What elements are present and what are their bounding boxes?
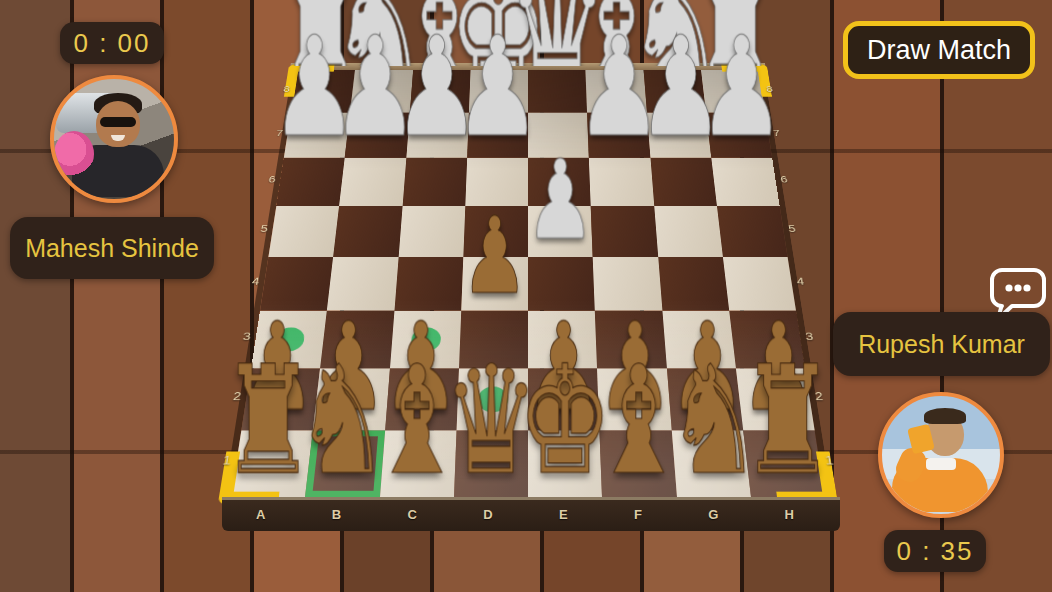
- rank-label-left-6: 6: [255, 174, 277, 185]
- avatar-photo-collar: [926, 458, 956, 470]
- file-label-c: C: [407, 507, 416, 522]
- square-a6[interactable]: [276, 158, 344, 206]
- file-label-f: F: [634, 507, 642, 522]
- rank-label-left-5: 5: [246, 222, 268, 233]
- rank-label-right-5: 5: [787, 222, 809, 233]
- square-a5[interactable]: [268, 206, 339, 257]
- avatar-photo-sunglasses: [100, 117, 136, 127]
- file-label-e: E: [559, 507, 568, 522]
- square-h7[interactable]: ♟: [706, 113, 772, 158]
- board-tilt: ♜♞♝♚♛♝♞♜♟♟♟♟♟♟♟♟♟♟♟♟♟♟♟♟♜♞♝♛♚♝♞♜ 8765432…: [231, 70, 825, 497]
- file-label-d: D: [483, 507, 492, 522]
- chess-board: ♜♞♝♚♛♝♞♜♟♟♟♟♟♟♟♟♟♟♟♟♟♟♟♟♜♞♝♛♚♝♞♜: [231, 70, 825, 497]
- player-top-clock-value: 0 : 00: [73, 28, 150, 59]
- square-d4[interactable]: ♟: [461, 257, 528, 311]
- rank-label-left-4: 4: [237, 274, 260, 286]
- square-e5[interactable]: ♟: [528, 206, 593, 257]
- avatar-photo-hair: [924, 408, 966, 424]
- avatar-photo-flowers: [54, 131, 94, 177]
- player-top-nameplate: Mahesh Shinde: [10, 217, 214, 279]
- player-top-avatar: [50, 75, 178, 203]
- player-bottom-avatar: [878, 392, 1004, 518]
- file-label-g: G: [708, 507, 718, 522]
- draw-match-label: Draw Match: [867, 35, 1011, 66]
- square-g5[interactable]: [654, 206, 723, 257]
- piece-silver-pawn-e5[interactable]: ♟: [525, 145, 595, 255]
- square-h1[interactable]: ♜: [743, 431, 825, 497]
- square-c6[interactable]: [402, 158, 467, 206]
- square-d7[interactable]: ♟: [467, 113, 528, 158]
- square-f6[interactable]: [589, 158, 654, 206]
- square-g6[interactable]: [650, 158, 717, 206]
- piece-brown-rook-h1[interactable]: ♜: [740, 345, 835, 495]
- rank-label-right-4: 4: [796, 274, 819, 286]
- square-b5[interactable]: [333, 206, 402, 257]
- square-f1[interactable]: ♝: [600, 431, 677, 497]
- draw-match-button[interactable]: Draw Match: [843, 21, 1035, 79]
- player-top-name: Mahesh Shinde: [25, 234, 199, 263]
- board-base: ABCDEFGH: [222, 497, 840, 531]
- square-g1[interactable]: ♞: [671, 431, 750, 497]
- rank-label-right-6: 6: [780, 174, 802, 185]
- piece-brown-pawn-d4[interactable]: ♟: [461, 203, 528, 309]
- player-bottom-name: Rupesh Kumar: [858, 330, 1025, 359]
- square-h5[interactable]: [717, 206, 788, 257]
- file-label-h: H: [785, 507, 794, 522]
- player-bottom-clock-value: 0 : 35: [896, 536, 973, 567]
- square-b6[interactable]: [339, 158, 406, 206]
- file-label-a: A: [256, 507, 265, 522]
- piece-silver-pawn-h7[interactable]: ♟: [698, 19, 786, 157]
- file-label-b: B: [332, 507, 341, 522]
- player-bottom-clock: 0 : 35: [884, 530, 986, 572]
- square-c5[interactable]: [398, 206, 465, 257]
- player-bottom-nameplate: Rupesh Kumar: [833, 312, 1050, 376]
- square-h6[interactable]: [711, 158, 779, 206]
- player-top-clock: 0 : 00: [60, 22, 164, 64]
- square-f5[interactable]: [591, 206, 658, 257]
